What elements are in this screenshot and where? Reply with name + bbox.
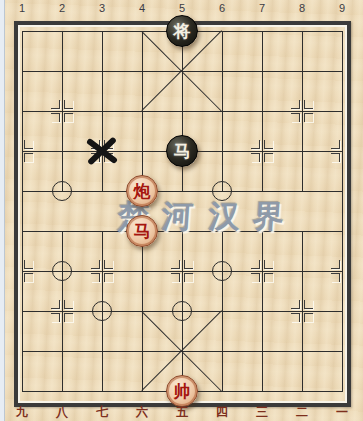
file-label-bottom: 二 xyxy=(282,404,322,420)
board-point[interactable] xyxy=(202,251,242,291)
piece-character: 马 xyxy=(174,143,191,160)
board-point[interactable]: 马 xyxy=(122,211,162,251)
board-point[interactable]: 炮 xyxy=(122,171,162,211)
board-point[interactable]: 将 xyxy=(162,11,202,51)
file-label-bottom: 一 xyxy=(322,404,362,420)
piece-character: 炮 xyxy=(134,183,151,200)
piece-black-general[interactable]: 将 xyxy=(166,15,198,47)
legal-move-hint-circle[interactable] xyxy=(52,261,72,281)
bottom-coordinate-labels: 九八七六五四三二一 xyxy=(2,404,362,420)
board-point[interactable] xyxy=(162,291,202,331)
board-point[interactable] xyxy=(42,251,82,291)
board-point[interactable] xyxy=(42,171,82,211)
legal-move-hint-circle[interactable] xyxy=(212,181,232,201)
board-point[interactable]: 马 xyxy=(162,131,202,171)
board-point[interactable] xyxy=(202,171,242,211)
xiangqi-board-window: 123456789 楚河 汉界 将马炮马帅 九八七六五四三二一 xyxy=(0,0,363,421)
piece-red-cannon[interactable]: 炮 xyxy=(126,175,158,207)
file-label-bottom: 三 xyxy=(242,404,282,420)
board-cells: 将马炮马帅 xyxy=(2,11,362,411)
file-label-bottom: 四 xyxy=(202,404,242,420)
piece-character: 马 xyxy=(134,223,151,240)
file-label-bottom: 九 xyxy=(2,404,42,420)
piece-black-horse[interactable]: 马 xyxy=(166,135,198,167)
legal-move-hint-circle[interactable] xyxy=(52,181,72,201)
legal-move-hint-circle[interactable] xyxy=(212,261,232,281)
x-marker xyxy=(84,135,120,167)
board-point xyxy=(82,131,122,171)
file-label-bottom: 八 xyxy=(42,404,82,420)
piece-red-general[interactable]: 帅 xyxy=(166,375,198,407)
file-label-bottom: 五 xyxy=(162,404,202,420)
file-label-bottom: 七 xyxy=(82,404,122,420)
piece-red-horse[interactable]: 马 xyxy=(126,215,158,247)
piece-character: 帅 xyxy=(174,383,191,400)
file-label-bottom: 六 xyxy=(122,404,162,420)
legal-move-hint-circle[interactable] xyxy=(172,301,192,321)
piece-character: 将 xyxy=(174,23,191,40)
legal-move-hint-circle[interactable] xyxy=(92,301,112,321)
board-point[interactable] xyxy=(82,291,122,331)
